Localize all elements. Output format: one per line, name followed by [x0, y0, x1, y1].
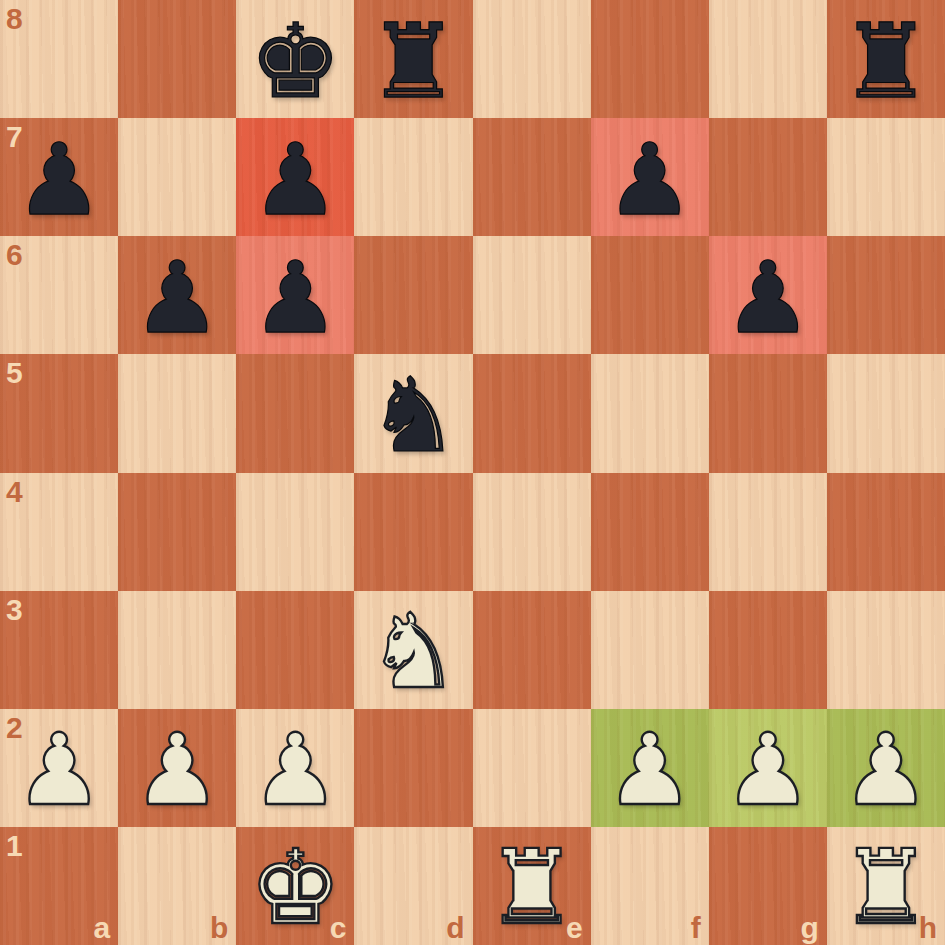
black-pawn[interactable]: ♟: [605, 126, 694, 229]
square-b5[interactable]: [118, 354, 236, 472]
square-d4[interactable]: [354, 473, 472, 591]
square-g4[interactable]: [709, 473, 827, 591]
square-d2[interactable]: [354, 709, 472, 827]
square-f7[interactable]: ♟: [591, 118, 709, 236]
white-pawn[interactable]: ♟: [251, 716, 340, 819]
square-c4[interactable]: [236, 473, 354, 591]
rank-label-8: 8: [6, 4, 23, 34]
rank-label-3: 3: [6, 595, 23, 625]
square-a6[interactable]: 6: [0, 236, 118, 354]
square-f4[interactable]: [591, 473, 709, 591]
square-f5[interactable]: [591, 354, 709, 472]
square-d5[interactable]: ♞: [354, 354, 472, 472]
square-h8[interactable]: ♜: [827, 0, 945, 118]
square-d6[interactable]: [354, 236, 472, 354]
square-g7[interactable]: [709, 118, 827, 236]
black-pawn[interactable]: ♟: [251, 126, 340, 229]
square-a3[interactable]: 3: [0, 591, 118, 709]
white-pawn[interactable]: ♟: [842, 716, 931, 819]
square-c8[interactable]: ♚: [236, 0, 354, 118]
square-h6[interactable]: [827, 236, 945, 354]
file-label-b: b: [210, 913, 228, 943]
square-c2[interactable]: ♟: [236, 709, 354, 827]
white-pawn[interactable]: ♟: [723, 716, 812, 819]
file-label-f: f: [691, 913, 701, 943]
white-pawn[interactable]: ♟: [15, 716, 104, 819]
black-knight[interactable]: ♞: [367, 360, 459, 467]
white-pawn[interactable]: ♟: [605, 716, 694, 819]
square-f1[interactable]: f: [591, 827, 709, 945]
square-h1[interactable]: h♜: [827, 827, 945, 945]
black-pawn[interactable]: ♟: [133, 244, 222, 347]
square-g1[interactable]: g: [709, 827, 827, 945]
square-f2[interactable]: ♟: [591, 709, 709, 827]
chess-board: 8♚♜♜7♟♟♟6♟♟♟5♞43♞2♟♟♟♟♟♟1abc♚de♜fgh♜: [0, 0, 945, 945]
square-h3[interactable]: [827, 591, 945, 709]
square-h5[interactable]: [827, 354, 945, 472]
square-c3[interactable]: [236, 591, 354, 709]
rank-label-6: 6: [6, 240, 23, 270]
square-f8[interactable]: [591, 0, 709, 118]
square-a2[interactable]: 2♟: [0, 709, 118, 827]
white-knight[interactable]: ♞: [367, 596, 459, 703]
square-c7[interactable]: ♟: [236, 118, 354, 236]
white-king[interactable]: ♚: [249, 832, 341, 939]
square-c1[interactable]: c♚: [236, 827, 354, 945]
square-a5[interactable]: 5: [0, 354, 118, 472]
square-g5[interactable]: [709, 354, 827, 472]
square-e5[interactable]: [473, 354, 591, 472]
rank-label-1: 1: [6, 831, 23, 861]
square-a1[interactable]: 1a: [0, 827, 118, 945]
square-c6[interactable]: ♟: [236, 236, 354, 354]
square-a8[interactable]: 8: [0, 0, 118, 118]
square-d3[interactable]: ♞: [354, 591, 472, 709]
white-pawn[interactable]: ♟: [133, 716, 222, 819]
square-b1[interactable]: b: [118, 827, 236, 945]
black-rook[interactable]: ♜: [840, 6, 932, 113]
square-d1[interactable]: d: [354, 827, 472, 945]
square-b7[interactable]: [118, 118, 236, 236]
square-b3[interactable]: [118, 591, 236, 709]
square-a7[interactable]: 7♟: [0, 118, 118, 236]
square-g8[interactable]: [709, 0, 827, 118]
rank-label-5: 5: [6, 358, 23, 388]
square-e1[interactable]: e♜: [473, 827, 591, 945]
file-label-g: g: [801, 913, 819, 943]
square-b2[interactable]: ♟: [118, 709, 236, 827]
square-e2[interactable]: [473, 709, 591, 827]
square-d8[interactable]: ♜: [354, 0, 472, 118]
square-h7[interactable]: [827, 118, 945, 236]
file-label-d: d: [446, 913, 464, 943]
square-f6[interactable]: [591, 236, 709, 354]
square-f3[interactable]: [591, 591, 709, 709]
square-b8[interactable]: [118, 0, 236, 118]
file-label-a: a: [93, 913, 110, 943]
square-h2[interactable]: ♟: [827, 709, 945, 827]
rank-label-4: 4: [6, 477, 23, 507]
square-c5[interactable]: [236, 354, 354, 472]
square-e8[interactable]: [473, 0, 591, 118]
square-h4[interactable]: [827, 473, 945, 591]
square-a4[interactable]: 4: [0, 473, 118, 591]
square-e7[interactable]: [473, 118, 591, 236]
black-pawn[interactable]: ♟: [251, 244, 340, 347]
square-g3[interactable]: [709, 591, 827, 709]
square-g6[interactable]: ♟: [709, 236, 827, 354]
black-king[interactable]: ♚: [249, 6, 341, 113]
square-g2[interactable]: ♟: [709, 709, 827, 827]
black-rook[interactable]: ♜: [367, 6, 459, 113]
white-rook[interactable]: ♜: [840, 832, 932, 939]
square-e4[interactable]: [473, 473, 591, 591]
square-b4[interactable]: [118, 473, 236, 591]
square-e6[interactable]: [473, 236, 591, 354]
black-pawn[interactable]: ♟: [15, 126, 104, 229]
square-b6[interactable]: ♟: [118, 236, 236, 354]
square-d7[interactable]: [354, 118, 472, 236]
black-pawn[interactable]: ♟: [723, 244, 812, 347]
square-e3[interactable]: [473, 591, 591, 709]
white-rook[interactable]: ♜: [485, 832, 577, 939]
